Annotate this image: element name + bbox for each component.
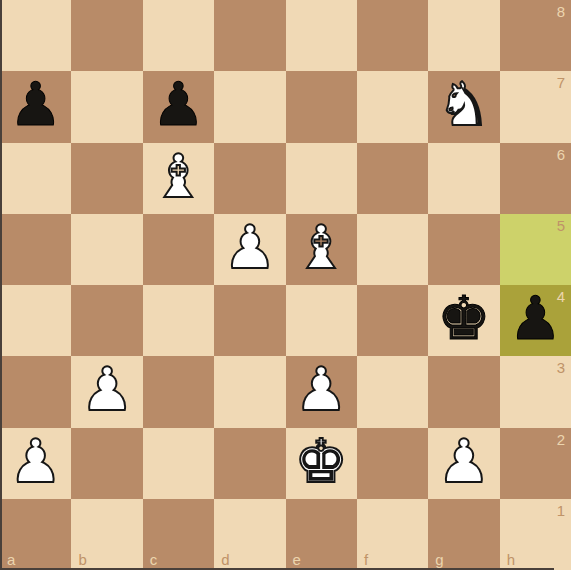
square-h6[interactable]: 6 xyxy=(500,143,571,214)
square-g7[interactable]: ♞ xyxy=(428,71,499,142)
square-f7[interactable] xyxy=(357,71,428,142)
square-b7[interactable] xyxy=(71,71,142,142)
square-f2[interactable] xyxy=(357,428,428,499)
black-pawn-piece[interactable]: ♟ xyxy=(9,69,63,140)
white-bishop-piece[interactable]: ♝ xyxy=(294,212,348,283)
square-c8[interactable] xyxy=(143,0,214,71)
square-b4[interactable] xyxy=(71,285,142,356)
white-king-piece[interactable]: ♚ xyxy=(294,426,348,497)
board-edge-left xyxy=(0,0,2,570)
file-label-e: e xyxy=(293,552,301,567)
square-a6[interactable] xyxy=(0,143,71,214)
square-a4[interactable] xyxy=(0,285,71,356)
square-h2[interactable]: 2 xyxy=(500,428,571,499)
square-g1[interactable]: g xyxy=(428,499,499,570)
square-b2[interactable] xyxy=(71,428,142,499)
white-knight-piece[interactable]: ♞ xyxy=(437,69,491,140)
white-pawn-piece[interactable]: ♟ xyxy=(80,354,134,425)
square-f5[interactable] xyxy=(357,214,428,285)
rank-label-2: 2 xyxy=(557,432,565,447)
file-label-d: d xyxy=(221,552,229,567)
white-bishop-piece[interactable]: ♝ xyxy=(152,141,206,212)
square-e1[interactable]: e xyxy=(286,499,357,570)
square-b3[interactable]: ♟ xyxy=(71,356,142,427)
square-g4[interactable]: ♚ xyxy=(428,285,499,356)
square-e5[interactable]: ♝ xyxy=(286,214,357,285)
square-a7[interactable]: ♟ xyxy=(0,71,71,142)
file-label-h: h xyxy=(507,552,515,567)
square-h3[interactable]: 3 xyxy=(500,356,571,427)
file-label-f: f xyxy=(364,552,368,567)
white-pawn-piece[interactable]: ♟ xyxy=(437,426,491,497)
square-g5[interactable] xyxy=(428,214,499,285)
square-g6[interactable] xyxy=(428,143,499,214)
square-c5[interactable] xyxy=(143,214,214,285)
square-a3[interactable] xyxy=(0,356,71,427)
square-f8[interactable] xyxy=(357,0,428,71)
square-f1[interactable]: f xyxy=(357,499,428,570)
black-pawn-piece[interactable]: ♟ xyxy=(508,283,562,354)
square-c7[interactable]: ♟ xyxy=(143,71,214,142)
square-d3[interactable] xyxy=(214,356,285,427)
file-label-a: a xyxy=(7,552,15,567)
square-h1[interactable]: h1 xyxy=(500,499,571,570)
square-e2[interactable]: ♚ xyxy=(286,428,357,499)
black-king-piece[interactable]: ♚ xyxy=(437,283,491,354)
rank-label-3: 3 xyxy=(557,360,565,375)
square-d1[interactable]: d xyxy=(214,499,285,570)
square-e8[interactable] xyxy=(286,0,357,71)
square-f3[interactable] xyxy=(357,356,428,427)
square-c6[interactable]: ♝ xyxy=(143,143,214,214)
square-d7[interactable] xyxy=(214,71,285,142)
square-a1[interactable]: a xyxy=(0,499,71,570)
square-b1[interactable]: b xyxy=(71,499,142,570)
square-f6[interactable] xyxy=(357,143,428,214)
square-d8[interactable] xyxy=(214,0,285,71)
rank-label-8: 8 xyxy=(557,4,565,19)
square-d4[interactable] xyxy=(214,285,285,356)
rank-label-4: 4 xyxy=(557,289,565,304)
chess-board: 8♟♟♞7♝6♟♝5♚♟4♟♟3♟♚♟2abcdefgh1 xyxy=(0,0,571,570)
square-e7[interactable] xyxy=(286,71,357,142)
square-d2[interactable] xyxy=(214,428,285,499)
white-pawn-piece[interactable]: ♟ xyxy=(294,354,348,425)
square-c4[interactable] xyxy=(143,285,214,356)
square-b6[interactable] xyxy=(71,143,142,214)
black-pawn-piece[interactable]: ♟ xyxy=(152,69,206,140)
square-b8[interactable] xyxy=(71,0,142,71)
rank-label-6: 6 xyxy=(557,147,565,162)
square-g8[interactable] xyxy=(428,0,499,71)
rank-label-7: 7 xyxy=(557,75,565,90)
file-label-g: g xyxy=(435,552,443,567)
square-e6[interactable] xyxy=(286,143,357,214)
white-pawn-piece[interactable]: ♟ xyxy=(9,426,63,497)
square-a2[interactable]: ♟ xyxy=(0,428,71,499)
square-h5[interactable]: 5 xyxy=(500,214,571,285)
rank-label-1: 1 xyxy=(557,503,565,518)
square-a8[interactable] xyxy=(0,0,71,71)
square-d6[interactable] xyxy=(214,143,285,214)
square-e4[interactable] xyxy=(286,285,357,356)
square-f4[interactable] xyxy=(357,285,428,356)
rank-label-5: 5 xyxy=(557,218,565,233)
square-h8[interactable]: 8 xyxy=(500,0,571,71)
square-b5[interactable] xyxy=(71,214,142,285)
square-h4[interactable]: ♟4 xyxy=(500,285,571,356)
square-g2[interactable]: ♟ xyxy=(428,428,499,499)
square-c1[interactable]: c xyxy=(143,499,214,570)
square-c3[interactable] xyxy=(143,356,214,427)
square-c2[interactable] xyxy=(143,428,214,499)
square-g3[interactable] xyxy=(428,356,499,427)
white-pawn-piece[interactable]: ♟ xyxy=(223,212,277,283)
square-d5[interactable]: ♟ xyxy=(214,214,285,285)
file-label-b: b xyxy=(78,552,86,567)
square-a5[interactable] xyxy=(0,214,71,285)
file-label-c: c xyxy=(150,552,158,567)
square-e3[interactable]: ♟ xyxy=(286,356,357,427)
square-h7[interactable]: 7 xyxy=(500,71,571,142)
